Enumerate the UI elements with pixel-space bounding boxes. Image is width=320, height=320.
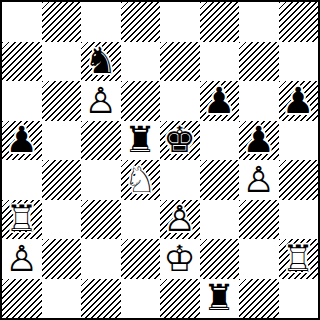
chess-board: ♞♟♙♟♟♟♜♚♟♞♘♟♙♜♖♟♙♟♙♚♔♜♖♜: [0, 0, 320, 320]
square-b5[interactable]: [42, 121, 82, 161]
square-d3[interactable]: [121, 200, 161, 240]
square-g5[interactable]: ♟: [239, 121, 279, 161]
white-piece-outline: ♘: [121, 160, 161, 200]
piece-black-pawn: ♟: [279, 81, 319, 121]
square-c8[interactable]: [81, 2, 121, 42]
white-piece-outline: ♙: [81, 81, 121, 121]
square-g7[interactable]: [239, 42, 279, 82]
square-c2[interactable]: [81, 239, 121, 279]
black-piece-fill: ♟: [200, 81, 240, 121]
black-piece-fill: ♞: [81, 42, 121, 82]
square-h5[interactable]: [279, 121, 319, 161]
square-f5[interactable]: [200, 121, 240, 161]
white-piece-outline: ♙: [160, 200, 200, 240]
square-g3[interactable]: [239, 200, 279, 240]
piece-white-king: ♚♔: [160, 239, 200, 279]
square-b4[interactable]: [42, 160, 82, 200]
square-h1[interactable]: [279, 279, 319, 319]
piece-white-pawn: ♟♙: [81, 81, 121, 121]
square-b6[interactable]: [42, 81, 82, 121]
square-a3[interactable]: ♜♖: [2, 200, 42, 240]
square-e1[interactable]: [160, 279, 200, 319]
piece-black-knight: ♞: [81, 42, 121, 82]
piece-white-pawn: ♟♙: [2, 239, 42, 279]
piece-white-pawn: ♟♙: [239, 160, 279, 200]
square-g2[interactable]: [239, 239, 279, 279]
white-piece-outline: ♙: [2, 239, 42, 279]
black-piece-fill: ♜: [200, 279, 240, 319]
square-g1[interactable]: [239, 279, 279, 319]
square-b2[interactable]: [42, 239, 82, 279]
square-d8[interactable]: [121, 2, 161, 42]
square-c6[interactable]: ♟♙: [81, 81, 121, 121]
square-e2[interactable]: ♚♔: [160, 239, 200, 279]
piece-black-king: ♚: [160, 121, 200, 161]
square-g4[interactable]: ♟♙: [239, 160, 279, 200]
square-f4[interactable]: [200, 160, 240, 200]
square-a4[interactable]: [2, 160, 42, 200]
square-h4[interactable]: [279, 160, 319, 200]
white-piece-outline: ♙: [239, 160, 279, 200]
square-e8[interactable]: [160, 2, 200, 42]
square-a1[interactable]: [2, 279, 42, 319]
piece-black-pawn: ♟: [2, 121, 42, 161]
piece-black-pawn: ♟: [200, 81, 240, 121]
square-a2[interactable]: ♟♙: [2, 239, 42, 279]
square-e7[interactable]: [160, 42, 200, 82]
black-piece-fill: ♟: [2, 121, 42, 161]
piece-black-rook: ♜: [200, 279, 240, 319]
piece-black-pawn: ♟: [239, 121, 279, 161]
black-piece-fill: ♚: [160, 121, 200, 161]
square-h7[interactable]: [279, 42, 319, 82]
square-h2[interactable]: ♜♖: [279, 239, 319, 279]
square-d5[interactable]: ♜: [121, 121, 161, 161]
square-a7[interactable]: [2, 42, 42, 82]
square-a6[interactable]: [2, 81, 42, 121]
square-d1[interactable]: [121, 279, 161, 319]
square-f6[interactable]: ♟: [200, 81, 240, 121]
square-d7[interactable]: [121, 42, 161, 82]
square-e6[interactable]: [160, 81, 200, 121]
square-f2[interactable]: [200, 239, 240, 279]
white-piece-outline: ♔: [160, 239, 200, 279]
square-f3[interactable]: [200, 200, 240, 240]
piece-white-rook: ♜♖: [279, 239, 319, 279]
square-d2[interactable]: [121, 239, 161, 279]
square-f7[interactable]: [200, 42, 240, 82]
square-e3[interactable]: ♟♙: [160, 200, 200, 240]
square-f8[interactable]: [200, 2, 240, 42]
square-b3[interactable]: [42, 200, 82, 240]
piece-white-rook: ♜♖: [2, 200, 42, 240]
black-piece-fill: ♜: [121, 121, 161, 161]
square-c7[interactable]: ♞: [81, 42, 121, 82]
piece-black-rook: ♜: [121, 121, 161, 161]
square-e4[interactable]: [160, 160, 200, 200]
square-c3[interactable]: [81, 200, 121, 240]
square-a5[interactable]: ♟: [2, 121, 42, 161]
square-h8[interactable]: [279, 2, 319, 42]
square-d6[interactable]: [121, 81, 161, 121]
square-d4[interactable]: ♞♘: [121, 160, 161, 200]
square-f1[interactable]: ♜: [200, 279, 240, 319]
piece-white-pawn: ♟♙: [160, 200, 200, 240]
square-h6[interactable]: ♟: [279, 81, 319, 121]
piece-white-knight: ♞♘: [121, 160, 161, 200]
square-e5[interactable]: ♚: [160, 121, 200, 161]
square-g6[interactable]: [239, 81, 279, 121]
black-piece-fill: ♟: [279, 81, 319, 121]
square-b1[interactable]: [42, 279, 82, 319]
white-piece-outline: ♖: [2, 200, 42, 240]
square-c5[interactable]: [81, 121, 121, 161]
square-c1[interactable]: [81, 279, 121, 319]
square-c4[interactable]: [81, 160, 121, 200]
square-a8[interactable]: [2, 2, 42, 42]
square-b8[interactable]: [42, 2, 82, 42]
square-h3[interactable]: [279, 200, 319, 240]
square-b7[interactable]: [42, 42, 82, 82]
square-g8[interactable]: [239, 2, 279, 42]
black-piece-fill: ♟: [239, 121, 279, 161]
white-piece-outline: ♖: [279, 239, 319, 279]
